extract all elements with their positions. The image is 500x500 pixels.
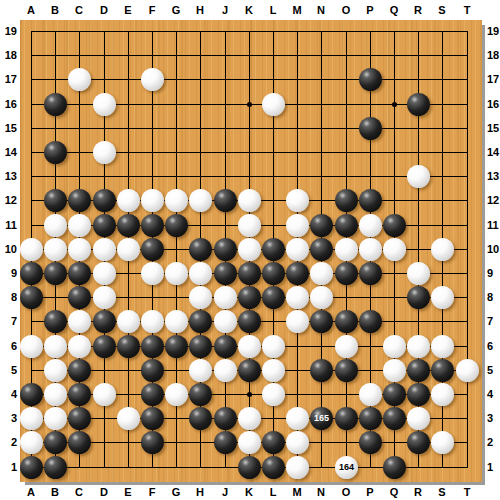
column-label-top-A: A <box>21 3 41 17</box>
stone-black-C12 <box>68 189 91 212</box>
row-label-left-3: 3 <box>0 411 17 425</box>
row-label-right-11: 11 <box>487 218 500 232</box>
column-label-top-M: M <box>287 3 307 17</box>
move-number-label: 164 <box>339 463 354 472</box>
stone-white-D14 <box>93 141 116 164</box>
stone-white-H9 <box>189 262 212 285</box>
stone-black-R4 <box>407 383 430 406</box>
stone-black-O12 <box>335 189 358 212</box>
stone-black-F2 <box>141 431 164 454</box>
stone-white-S8 <box>431 286 454 309</box>
stone-black-L8 <box>262 286 285 309</box>
stone-black-N11 <box>310 214 333 237</box>
stone-black-H6 <box>189 335 212 358</box>
stone-white-M8 <box>286 286 309 309</box>
stone-black-R16 <box>407 93 430 116</box>
stone-black-C8 <box>68 286 91 309</box>
stone-black-F10 <box>141 238 164 261</box>
stone-black-C4 <box>68 383 91 406</box>
stone-black-A9 <box>20 262 43 285</box>
stone-white-F17 <box>141 68 164 91</box>
column-label-bottom-H: H <box>190 485 210 499</box>
stone-black-N3: 165 <box>310 407 333 430</box>
stone-black-H10 <box>189 238 212 261</box>
stone-white-L6 <box>262 335 285 358</box>
stone-black-K1 <box>238 456 261 479</box>
stone-white-D10 <box>93 238 116 261</box>
column-label-bottom-C: C <box>69 485 89 499</box>
stone-white-L4 <box>262 383 285 406</box>
stone-black-F3 <box>141 407 164 430</box>
stone-black-D11 <box>93 214 116 237</box>
stone-white-G7 <box>165 310 188 333</box>
stone-black-Q11 <box>383 214 406 237</box>
stone-black-C9 <box>68 262 91 285</box>
stone-white-C10 <box>68 238 91 261</box>
stone-white-F7 <box>141 310 164 333</box>
column-label-bottom-K: K <box>239 485 259 499</box>
column-label-bottom-E: E <box>118 485 138 499</box>
stone-white-M7 <box>286 310 309 333</box>
stone-white-N9 <box>310 262 333 285</box>
row-label-left-8: 8 <box>0 290 17 304</box>
stone-black-N7 <box>310 310 333 333</box>
stone-black-J2 <box>214 431 237 454</box>
stone-black-F4 <box>141 383 164 406</box>
stone-white-D4 <box>93 383 116 406</box>
stone-white-O1: 164 <box>335 456 358 479</box>
stone-white-S10 <box>431 238 454 261</box>
row-label-left-15: 15 <box>0 121 17 135</box>
column-label-top-R: R <box>408 3 428 17</box>
column-label-bottom-A: A <box>21 485 41 499</box>
stone-white-R3 <box>407 407 430 430</box>
stone-white-C17 <box>68 68 91 91</box>
stone-white-P11 <box>359 214 382 237</box>
move-number-label: 165 <box>314 414 329 423</box>
stone-white-Q6 <box>383 335 406 358</box>
row-label-left-9: 9 <box>0 266 17 280</box>
stone-white-P4 <box>359 383 382 406</box>
stone-white-H8 <box>189 286 212 309</box>
stone-white-F9 <box>141 262 164 285</box>
stone-white-A3 <box>20 407 43 430</box>
row-label-left-14: 14 <box>0 145 17 159</box>
star-point <box>392 102 397 107</box>
row-label-left-10: 10 <box>0 242 17 256</box>
stone-black-E6 <box>117 335 140 358</box>
row-label-left-13: 13 <box>0 169 17 183</box>
stone-white-M1 <box>286 456 309 479</box>
row-label-left-19: 19 <box>0 24 17 38</box>
stone-black-H7 <box>189 310 212 333</box>
stone-black-D7 <box>93 310 116 333</box>
stone-white-G9 <box>165 262 188 285</box>
stone-black-H4 <box>189 383 212 406</box>
stone-white-J5 <box>214 359 237 382</box>
stone-white-D9 <box>93 262 116 285</box>
column-label-top-B: B <box>45 3 65 17</box>
row-label-left-4: 4 <box>0 387 17 401</box>
stone-black-N10 <box>310 238 333 261</box>
row-label-right-12: 12 <box>487 193 500 207</box>
row-label-right-19: 19 <box>487 24 500 38</box>
column-label-bottom-Q: Q <box>384 485 404 499</box>
stone-white-O10 <box>335 238 358 261</box>
stone-white-S2 <box>431 431 454 454</box>
row-label-right-18: 18 <box>487 48 500 62</box>
stone-black-A1 <box>20 456 43 479</box>
stone-white-M10 <box>286 238 309 261</box>
stone-white-K11 <box>238 214 261 237</box>
row-label-right-6: 6 <box>487 339 500 353</box>
stone-black-A4 <box>20 383 43 406</box>
column-label-top-H: H <box>190 3 210 17</box>
stone-white-A10 <box>20 238 43 261</box>
stone-white-T5 <box>456 359 479 382</box>
column-label-bottom-L: L <box>263 485 283 499</box>
stone-black-O9 <box>335 262 358 285</box>
column-label-bottom-P: P <box>360 485 380 499</box>
column-label-top-J: J <box>215 3 235 17</box>
stone-black-P9 <box>359 262 382 285</box>
row-label-left-5: 5 <box>0 363 17 377</box>
stone-black-P2 <box>359 431 382 454</box>
stone-white-L5 <box>262 359 285 382</box>
stone-black-R8 <box>407 286 430 309</box>
stone-black-S5 <box>431 359 454 382</box>
row-label-right-14: 14 <box>487 145 500 159</box>
go-game-viewer: 165164 AABBCCDDEEFFGGHHJJKKLLMMNNOOPPQQR… <box>0 0 500 500</box>
stone-black-P17 <box>359 68 382 91</box>
stone-black-K7 <box>238 310 261 333</box>
column-label-top-N: N <box>311 3 331 17</box>
stone-black-B7 <box>44 310 67 333</box>
row-label-right-1: 1 <box>487 460 500 474</box>
stone-white-K12 <box>238 189 261 212</box>
row-label-right-10: 10 <box>487 242 500 256</box>
stone-white-C7 <box>68 310 91 333</box>
stone-black-B16 <box>44 93 67 116</box>
stone-black-F11 <box>141 214 164 237</box>
column-label-top-L: L <box>263 3 283 17</box>
stone-white-B10 <box>44 238 67 261</box>
column-label-top-D: D <box>94 3 114 17</box>
stone-white-D8 <box>93 286 116 309</box>
column-label-bottom-R: R <box>408 485 428 499</box>
stone-black-D12 <box>93 189 116 212</box>
stone-black-G11 <box>165 214 188 237</box>
row-label-left-16: 16 <box>0 97 17 111</box>
stone-black-P7 <box>359 310 382 333</box>
stone-black-L10 <box>262 238 285 261</box>
row-label-left-1: 1 <box>0 460 17 474</box>
column-label-top-F: F <box>142 3 162 17</box>
stone-white-B5 <box>44 359 67 382</box>
column-label-top-E: E <box>118 3 138 17</box>
stone-black-O11 <box>335 214 358 237</box>
stone-black-B2 <box>44 431 67 454</box>
row-label-right-4: 4 <box>487 387 500 401</box>
row-label-left-12: 12 <box>0 193 17 207</box>
row-label-right-7: 7 <box>487 314 500 328</box>
stone-white-R6 <box>407 335 430 358</box>
column-label-top-G: G <box>166 3 186 17</box>
stone-white-S4 <box>431 383 454 406</box>
stone-black-P3 <box>359 407 382 430</box>
stone-black-E11 <box>117 214 140 237</box>
stone-black-P15 <box>359 117 382 140</box>
stone-black-B1 <box>44 456 67 479</box>
column-label-bottom-F: F <box>142 485 162 499</box>
stone-black-J6 <box>214 335 237 358</box>
grid-line-vertical <box>467 31 468 468</box>
stone-black-O5 <box>335 359 358 382</box>
stone-black-J10 <box>214 238 237 261</box>
stone-black-B14 <box>44 141 67 164</box>
row-label-left-11: 11 <box>0 218 17 232</box>
row-label-left-17: 17 <box>0 72 17 86</box>
column-label-bottom-M: M <box>287 485 307 499</box>
stone-white-E7 <box>117 310 140 333</box>
stone-white-J8 <box>214 286 237 309</box>
stone-white-C11 <box>68 214 91 237</box>
column-label-top-Q: Q <box>384 3 404 17</box>
column-label-bottom-N: N <box>311 485 331 499</box>
stone-white-B6 <box>44 335 67 358</box>
stone-black-Q4 <box>383 383 406 406</box>
stone-white-K3 <box>238 407 261 430</box>
stone-black-H3 <box>189 407 212 430</box>
stone-black-J3 <box>214 407 237 430</box>
row-label-right-8: 8 <box>487 290 500 304</box>
column-label-bottom-J: J <box>215 485 235 499</box>
stone-white-H5 <box>189 359 212 382</box>
stone-white-D16 <box>93 93 116 116</box>
row-label-left-18: 18 <box>0 48 17 62</box>
stone-white-H12 <box>189 189 212 212</box>
star-point <box>247 102 252 107</box>
row-label-right-15: 15 <box>487 121 500 135</box>
stone-white-G12 <box>165 189 188 212</box>
stone-white-A6 <box>20 335 43 358</box>
stone-white-B4 <box>44 383 67 406</box>
column-label-top-O: O <box>336 3 356 17</box>
row-label-right-2: 2 <box>487 435 500 449</box>
go-board[interactable]: 165164 <box>20 20 482 482</box>
stone-black-Q3 <box>383 407 406 430</box>
stone-white-L16 <box>262 93 285 116</box>
stone-white-R9 <box>407 262 430 285</box>
stone-black-N5 <box>310 359 333 382</box>
stone-black-F5 <box>141 359 164 382</box>
stone-white-P10 <box>359 238 382 261</box>
stone-black-O3 <box>335 407 358 430</box>
column-label-bottom-S: S <box>432 485 452 499</box>
stone-black-M9 <box>286 262 309 285</box>
stone-black-F6 <box>141 335 164 358</box>
stone-white-F12 <box>141 189 164 212</box>
stone-black-R5 <box>407 359 430 382</box>
stone-white-R13 <box>407 165 430 188</box>
stone-black-G6 <box>165 335 188 358</box>
stone-black-B12 <box>44 189 67 212</box>
stone-white-Q5 <box>383 359 406 382</box>
row-label-left-7: 7 <box>0 314 17 328</box>
stone-black-D6 <box>93 335 116 358</box>
stone-black-C3 <box>68 407 91 430</box>
stone-white-S6 <box>431 335 454 358</box>
column-label-top-T: T <box>457 3 477 17</box>
stone-white-E12 <box>117 189 140 212</box>
row-label-right-16: 16 <box>487 97 500 111</box>
column-label-bottom-B: B <box>45 485 65 499</box>
stone-white-M3 <box>286 407 309 430</box>
stone-black-L9 <box>262 262 285 285</box>
stone-black-A8 <box>20 286 43 309</box>
column-label-top-P: P <box>360 3 380 17</box>
stone-white-K6 <box>238 335 261 358</box>
stone-white-A2 <box>20 431 43 454</box>
stone-white-C6 <box>68 335 91 358</box>
stone-white-G4 <box>165 383 188 406</box>
column-label-top-K: K <box>239 3 259 17</box>
stone-black-O7 <box>335 310 358 333</box>
column-label-top-C: C <box>69 3 89 17</box>
row-label-right-3: 3 <box>487 411 500 425</box>
stone-black-R2 <box>407 431 430 454</box>
star-point <box>247 392 252 397</box>
stone-black-B9 <box>44 262 67 285</box>
stone-black-C5 <box>68 359 91 382</box>
stone-black-C2 <box>68 431 91 454</box>
column-label-bottom-T: T <box>457 485 477 499</box>
stone-black-K8 <box>238 286 261 309</box>
row-label-right-17: 17 <box>487 72 500 86</box>
stone-white-Q10 <box>383 238 406 261</box>
stone-black-K9 <box>238 262 261 285</box>
stone-white-O6 <box>335 335 358 358</box>
stone-black-P12 <box>359 189 382 212</box>
column-label-bottom-D: D <box>94 485 114 499</box>
stone-black-J12 <box>214 189 237 212</box>
stone-white-M11 <box>286 214 309 237</box>
stone-white-B11 <box>44 214 67 237</box>
stone-white-K10 <box>238 238 261 261</box>
stone-white-M12 <box>286 189 309 212</box>
stone-white-E10 <box>117 238 140 261</box>
stone-black-Q1 <box>383 456 406 479</box>
row-label-left-6: 6 <box>0 339 17 353</box>
row-label-right-13: 13 <box>487 169 500 183</box>
column-label-bottom-O: O <box>336 485 356 499</box>
row-label-left-2: 2 <box>0 435 17 449</box>
stone-white-K2 <box>238 431 261 454</box>
stone-black-L1 <box>262 456 285 479</box>
row-label-right-9: 9 <box>487 266 500 280</box>
stone-white-B3 <box>44 407 67 430</box>
stone-white-M2 <box>286 431 309 454</box>
column-label-bottom-G: G <box>166 485 186 499</box>
stone-white-N8 <box>310 286 333 309</box>
stone-black-J9 <box>214 262 237 285</box>
stone-white-J7 <box>214 310 237 333</box>
column-label-top-S: S <box>432 3 452 17</box>
stone-black-K5 <box>238 359 261 382</box>
stone-black-L2 <box>262 431 285 454</box>
stone-white-E3 <box>117 407 140 430</box>
row-label-right-5: 5 <box>487 363 500 377</box>
